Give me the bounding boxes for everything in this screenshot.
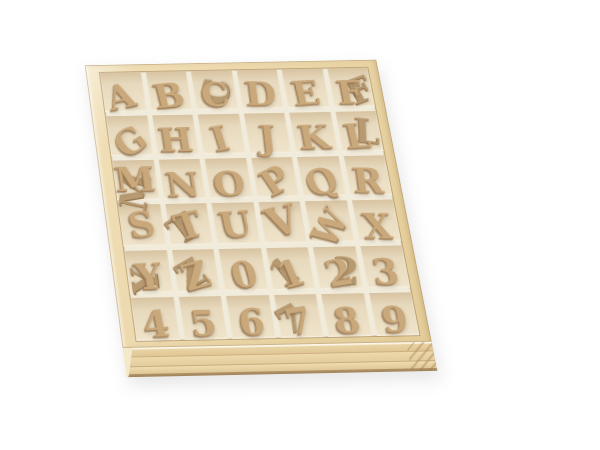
letter-N: N bbox=[164, 170, 202, 200]
cell-9: 9 bbox=[369, 292, 420, 336]
box-front-panel bbox=[122, 342, 437, 378]
cell-Y: YY bbox=[124, 250, 172, 293]
cell-S: S bbox=[118, 205, 166, 247]
cell-K: K bbox=[289, 112, 337, 152]
letter-G: G bbox=[108, 122, 152, 162]
letter-A: A bbox=[103, 80, 140, 114]
letter-W: W bbox=[308, 204, 353, 251]
cell-7: 77 bbox=[273, 294, 323, 338]
cell-T: TT bbox=[165, 204, 213, 246]
letter-9: 9 bbox=[379, 304, 411, 336]
cell-1: 11 bbox=[266, 248, 316, 291]
letter-I: I bbox=[208, 124, 233, 155]
cell-X: X bbox=[351, 200, 401, 242]
cell-5: 5 bbox=[178, 296, 227, 340]
cell-R: R bbox=[343, 155, 392, 196]
cell-G: G bbox=[106, 115, 153, 156]
cell-B: B bbox=[145, 71, 192, 111]
product-photo: ABCCDEFFGHIJKLLMMNOPQRSTTUVWXYYZZ0112234… bbox=[0, 0, 600, 450]
letter-4: 4 bbox=[140, 308, 172, 341]
cell-N: N bbox=[158, 159, 206, 200]
cell-2: 22 bbox=[313, 247, 363, 290]
letter-J: J bbox=[258, 123, 278, 152]
cell-J: J bbox=[243, 113, 291, 153]
cell-E: E bbox=[281, 68, 329, 108]
letter-Y: Y bbox=[133, 261, 165, 293]
letter-C: C bbox=[198, 80, 232, 110]
letter-3: 3 bbox=[370, 257, 401, 288]
front-panel-left-corner bbox=[122, 348, 144, 378]
cell-6: 6 bbox=[226, 295, 276, 339]
cell-Z: ZZ bbox=[171, 249, 220, 292]
letter-V: V bbox=[260, 201, 304, 241]
cell-P: P bbox=[251, 157, 300, 198]
letter-grid: ABCCDEFFGHIJKLLMMNOPQRSTTUVWXYYZZ0112234… bbox=[100, 68, 420, 341]
letter-Q: Q bbox=[301, 164, 343, 201]
cell-W: W bbox=[305, 201, 354, 243]
letter-0: 0 bbox=[227, 259, 261, 293]
cell-O: O bbox=[204, 158, 252, 199]
cell-0: 0 bbox=[219, 249, 268, 292]
cell-3: 3 bbox=[360, 246, 410, 289]
letter-P: P bbox=[255, 162, 296, 200]
cell-Q: Q bbox=[297, 156, 346, 197]
letter-X: X bbox=[361, 211, 394, 241]
cell-F: FF bbox=[327, 68, 375, 108]
letter-H: H bbox=[157, 125, 195, 155]
cell-I: I bbox=[197, 114, 245, 154]
letter-K: K bbox=[296, 123, 333, 153]
front-panel-right-mitre bbox=[406, 342, 437, 372]
cell-L: LL bbox=[335, 111, 384, 151]
cell-D: D bbox=[236, 69, 284, 109]
letter-tray-frame: ABCCDEFFGHIJKLLMMNOPQRSTTUVWXYYZZ0112234… bbox=[85, 60, 432, 348]
cell-A: A bbox=[100, 72, 146, 112]
letter-Z: Z bbox=[178, 258, 216, 294]
letter-F: F bbox=[335, 78, 366, 107]
letter-8: 8 bbox=[331, 305, 363, 337]
letter-U: U bbox=[217, 209, 255, 241]
cell-4: 4 bbox=[131, 297, 180, 341]
cell-H: H bbox=[152, 114, 199, 155]
letter-M: M bbox=[113, 164, 157, 194]
letter-6: 6 bbox=[237, 307, 267, 339]
cell-U: U bbox=[211, 203, 260, 245]
wooden-letter-box: ABCCDEFFGHIJKLLMMNOPQRSTTUVWXYYZZ0112234… bbox=[85, 60, 438, 378]
letter-E: E bbox=[289, 78, 323, 108]
cell-M: MM bbox=[112, 159, 159, 200]
letter-1: 1 bbox=[273, 257, 310, 293]
letter-R: R bbox=[351, 166, 385, 196]
letter-B: B bbox=[151, 81, 188, 112]
cell-C: CC bbox=[191, 70, 238, 110]
cell-8: 8 bbox=[321, 293, 372, 337]
letter-5: 5 bbox=[188, 308, 219, 340]
letter-O: O bbox=[211, 169, 247, 199]
letter-D: D bbox=[243, 80, 278, 109]
cell-V: V bbox=[258, 202, 307, 244]
